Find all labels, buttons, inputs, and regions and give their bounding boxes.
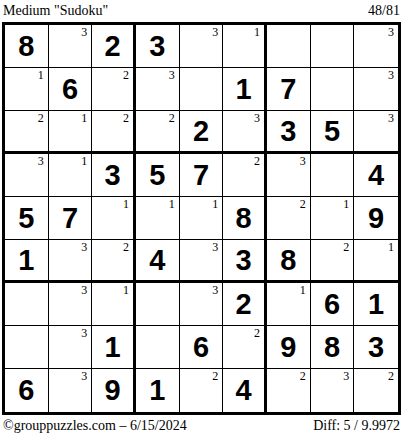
cell-r4c3: 3 (92, 154, 136, 197)
pencil-mark: 1 (38, 68, 44, 83)
given-digit: 1 (236, 75, 252, 104)
cell-r7c4 (136, 283, 180, 326)
pencil-mark: 2 (343, 240, 349, 255)
pencil-mark: 1 (81, 154, 87, 169)
cell-r6c5: 3 (180, 240, 224, 283)
cell-r7c7: 1 (267, 283, 311, 326)
cell-r3c6: 3 (223, 111, 267, 154)
page-header: Medium "Sudoku" 48/81 (3, 2, 400, 20)
pencil-mark: 1 (123, 283, 129, 298)
given-digit: 3 (236, 246, 252, 275)
cell-r8c8: 8 (311, 326, 355, 369)
cell-r4c1: 3 (5, 154, 49, 197)
given-digit: 5 (18, 204, 34, 233)
pencil-mark: 1 (169, 197, 175, 212)
cell-r4c2: 1 (49, 154, 93, 197)
given-digit: 3 (280, 117, 296, 146)
page-footer: ©grouppuzzles.com – 6/15/2024 Diff: 5 / … (3, 417, 400, 434)
cell-r3c1: 2 (5, 111, 49, 154)
cell-r7c5: 3 (180, 283, 224, 326)
pencil-mark: 2 (123, 68, 129, 83)
pencil-mark: 3 (81, 25, 87, 40)
given-digit: 2 (105, 32, 121, 61)
cell-r7c2: 3 (49, 283, 93, 326)
given-digit: 6 (193, 333, 209, 362)
pencil-mark: 1 (343, 197, 349, 212)
pencil-mark: 3 (254, 111, 260, 126)
given-digit: 1 (368, 290, 384, 319)
cell-r1c1: 8 (5, 25, 49, 68)
cell-r2c5 (180, 68, 224, 111)
cell-r1c7 (267, 25, 311, 68)
cell-r8c3: 1 (92, 326, 136, 369)
given-digit: 8 (236, 204, 252, 233)
cell-r4c5: 7 (180, 154, 224, 197)
cell-r6c1: 1 (5, 240, 49, 283)
cell-r7c3: 1 (92, 283, 136, 326)
given-digit: 9 (368, 204, 384, 233)
cell-r6c3: 2 (92, 240, 136, 283)
cell-r1c9: 3 (354, 25, 398, 68)
pencil-mark: 1 (212, 197, 218, 212)
pencil-mark: 3 (212, 25, 218, 40)
cell-r5c6: 8 (223, 197, 267, 240)
cell-r7c1 (5, 283, 49, 326)
progress-counter: 48/81 (368, 2, 400, 20)
pencil-mark: 2 (123, 240, 129, 255)
pencil-mark: 2 (300, 369, 306, 384)
pencil-mark: 1 (254, 25, 260, 40)
cell-r8c2: 3 (49, 326, 93, 369)
given-digit: 7 (280, 75, 296, 104)
cell-r8c5: 6 (180, 326, 224, 369)
pencil-mark: 3 (169, 68, 175, 83)
pencil-mark: 3 (388, 25, 394, 40)
given-digit: 7 (62, 204, 78, 233)
given-digit: 4 (236, 376, 252, 405)
cell-r6c9: 1 (354, 240, 398, 283)
given-digit: 6 (18, 376, 34, 405)
given-digit: 5 (324, 117, 340, 146)
given-digit: 9 (280, 333, 296, 362)
puzzle-title: Medium "Sudoku" (3, 2, 108, 20)
given-digit: 3 (105, 161, 121, 190)
given-digit: 1 (18, 246, 34, 275)
cell-r9c6: 4 (223, 369, 267, 412)
given-digit: 6 (324, 290, 340, 319)
cell-r8c9: 3 (354, 326, 398, 369)
cell-r9c1: 6 (5, 369, 49, 412)
cell-r8c1 (5, 326, 49, 369)
cell-r9c2: 3 (49, 369, 93, 412)
difficulty-text: Diff: 5 / 9.9972 (313, 417, 400, 434)
cell-r9c8: 3 (311, 369, 355, 412)
pencil-mark: 3 (81, 283, 87, 298)
sudoku-board: 8323313162317321222335331357234571118219… (2, 22, 401, 415)
cell-r4c8 (311, 154, 355, 197)
cell-r2c6: 1 (223, 68, 267, 111)
cell-r3c8: 5 (311, 111, 355, 154)
pencil-mark: 2 (254, 154, 260, 169)
cell-r1c2: 3 (49, 25, 93, 68)
pencil-mark: 3 (300, 154, 306, 169)
cell-r8c7: 9 (267, 326, 311, 369)
cell-r2c3: 2 (92, 68, 136, 111)
given-digit: 1 (105, 333, 121, 362)
cell-r6c2: 3 (49, 240, 93, 283)
cell-r9c4: 1 (136, 369, 180, 412)
cell-r5c5: 1 (180, 197, 224, 240)
cell-r2c9: 3 (354, 68, 398, 111)
given-digit: 7 (193, 161, 209, 190)
cell-r6c6: 3 (223, 240, 267, 283)
cell-r9c7: 2 (267, 369, 311, 412)
given-digit: 8 (324, 333, 340, 362)
pencil-mark: 1 (123, 197, 129, 212)
cell-r8c4 (136, 326, 180, 369)
cell-r3c3: 2 (92, 111, 136, 154)
cell-r1c6: 1 (223, 25, 267, 68)
cell-r2c8 (311, 68, 355, 111)
pencil-mark: 1 (81, 111, 87, 126)
cell-r7c9: 1 (354, 283, 398, 326)
given-digit: 2 (236, 290, 252, 319)
cell-r4c6: 2 (223, 154, 267, 197)
pencil-mark: 1 (388, 240, 394, 255)
cell-r5c1: 5 (5, 197, 49, 240)
cell-r5c2: 7 (49, 197, 93, 240)
cell-r7c6: 2 (223, 283, 267, 326)
given-digit: 3 (149, 32, 165, 61)
cell-r3c7: 3 (267, 111, 311, 154)
pencil-mark: 2 (388, 369, 394, 384)
cell-r3c4: 2 (136, 111, 180, 154)
cell-r2c4: 3 (136, 68, 180, 111)
cell-r7c8: 6 (311, 283, 355, 326)
cell-r1c5: 3 (180, 25, 224, 68)
pencil-mark: 2 (300, 197, 306, 212)
given-digit: 3 (368, 333, 384, 362)
given-digit: 8 (18, 32, 34, 61)
pencil-mark: 3 (343, 369, 349, 384)
copyright-text: ©grouppuzzles.com – 6/15/2024 (3, 417, 187, 434)
pencil-mark: 3 (81, 240, 87, 255)
given-digit: 6 (62, 75, 78, 104)
given-digit: 2 (193, 117, 209, 146)
cell-r3c9: 3 (354, 111, 398, 154)
pencil-mark: 3 (212, 240, 218, 255)
cell-r2c2: 6 (49, 68, 93, 111)
pencil-mark: 2 (169, 111, 175, 126)
pencil-mark: 3 (388, 111, 394, 126)
given-digit: 4 (149, 246, 165, 275)
cell-r2c7: 7 (267, 68, 311, 111)
cell-r4c9: 4 (354, 154, 398, 197)
cell-r4c4: 5 (136, 154, 180, 197)
given-digit: 1 (149, 376, 165, 405)
cell-r9c3: 9 (92, 369, 136, 412)
cell-r8c6: 2 (223, 326, 267, 369)
pencil-mark: 3 (38, 154, 44, 169)
cell-r1c8 (311, 25, 355, 68)
cell-r5c4: 1 (136, 197, 180, 240)
cell-r6c8: 2 (311, 240, 355, 283)
cell-r3c2: 1 (49, 111, 93, 154)
cell-r5c9: 9 (354, 197, 398, 240)
cell-r5c7: 2 (267, 197, 311, 240)
pencil-mark: 2 (212, 369, 218, 384)
cell-r6c4: 4 (136, 240, 180, 283)
cell-r6c7: 8 (267, 240, 311, 283)
given-digit: 4 (368, 161, 384, 190)
cell-r2c1: 1 (5, 68, 49, 111)
given-digit: 5 (149, 161, 165, 190)
pencil-mark: 2 (254, 326, 260, 341)
pencil-mark: 2 (123, 111, 129, 126)
pencil-mark: 3 (212, 283, 218, 298)
cell-r5c8: 1 (311, 197, 355, 240)
cell-r9c5: 2 (180, 369, 224, 412)
pencil-mark: 3 (81, 326, 87, 341)
pencil-mark: 2 (38, 111, 44, 126)
cell-r1c3: 2 (92, 25, 136, 68)
pencil-mark: 1 (300, 283, 306, 298)
cell-r5c3: 1 (92, 197, 136, 240)
pencil-mark: 3 (388, 68, 394, 83)
cell-r1c4: 3 (136, 25, 180, 68)
cell-r9c9: 2 (354, 369, 398, 412)
given-digit: 9 (105, 376, 121, 405)
pencil-mark: 3 (81, 369, 87, 384)
cell-r3c5: 2 (180, 111, 224, 154)
cell-r4c7: 3 (267, 154, 311, 197)
given-digit: 8 (280, 246, 296, 275)
